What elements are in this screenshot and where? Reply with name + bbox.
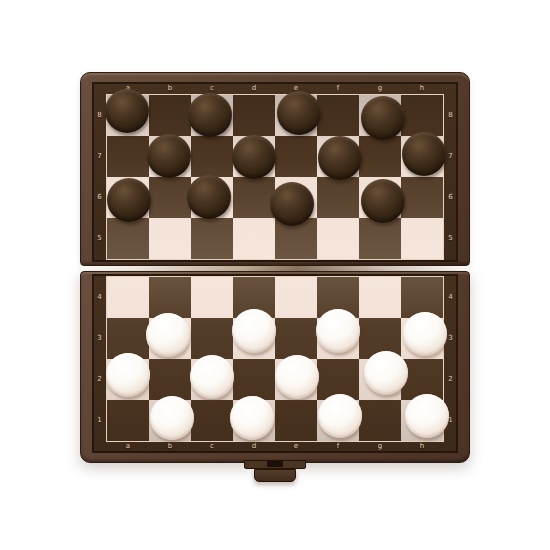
white-piece-g2[interactable]	[364, 351, 408, 395]
dark-piece-c8[interactable]	[188, 93, 232, 137]
rank-label-3: 3	[92, 318, 107, 359]
top-play-area	[107, 95, 443, 259]
dark-piece-e8[interactable]	[277, 91, 321, 135]
dark-piece-b7[interactable]	[147, 134, 191, 178]
rank-labels-top-left: 8765	[92, 95, 107, 259]
file-labels-top: abcdefgh	[107, 82, 443, 95]
dark-piece-a6[interactable]	[107, 178, 151, 222]
bottom-half-printed-sheet: abcdefgh 4321 4321	[92, 274, 458, 453]
file-label-b: b	[149, 82, 191, 95]
rank-label-7: 7	[92, 136, 107, 177]
folding-checkers-board: abcdefgh 8765 8765 abcdefgh 4321 4321	[80, 72, 470, 463]
file-label-b: b	[149, 440, 191, 453]
rank-labels-top-right: 8765	[443, 95, 458, 259]
file-label-g: g	[359, 440, 401, 453]
rank-label-2: 2	[443, 359, 458, 400]
white-piece-d3[interactable]	[232, 309, 276, 353]
rank-label-4: 4	[443, 277, 458, 318]
file-label-d: d	[233, 82, 275, 95]
dark-piece-a8[interactable]	[105, 89, 149, 133]
file-label-h: h	[401, 440, 443, 453]
file-label-a: a	[107, 440, 149, 453]
rank-labels-bottom-left: 4321	[92, 277, 107, 441]
white-piece-e2[interactable]	[275, 355, 319, 399]
dark-piece-d7[interactable]	[232, 135, 276, 179]
dark-piece-g8[interactable]	[361, 96, 405, 140]
white-piece-a2[interactable]	[106, 353, 150, 397]
latch-tab	[254, 469, 296, 482]
white-piece-c2[interactable]	[190, 355, 234, 399]
file-label-f: f	[317, 440, 359, 453]
latch-notch	[267, 461, 283, 467]
file-label-f: f	[317, 82, 359, 95]
rank-label-2: 2	[92, 359, 107, 400]
white-piece-b1[interactable]	[150, 396, 194, 440]
dark-piece-h7[interactable]	[402, 132, 446, 176]
dark-piece-c6[interactable]	[187, 175, 231, 219]
rank-label-6: 6	[443, 177, 458, 218]
pieces-top	[107, 95, 443, 259]
dark-piece-e6[interactable]	[270, 182, 314, 226]
file-label-c: c	[191, 440, 233, 453]
dark-piece-g6[interactable]	[361, 179, 405, 223]
bottom-play-area	[107, 277, 443, 441]
white-piece-d1[interactable]	[230, 396, 274, 440]
clasp-latch	[240, 460, 310, 486]
pieces-bottom	[107, 277, 443, 441]
file-label-d: d	[233, 440, 275, 453]
file-label-g: g	[359, 82, 401, 95]
rank-label-5: 5	[443, 218, 458, 259]
board-bottom-half: abcdefgh 4321 4321	[80, 271, 470, 463]
top-half-printed-sheet: abcdefgh 8765 8765	[92, 82, 458, 262]
rank-label-4: 4	[92, 277, 107, 318]
photo-scene: abcdefgh 8765 8765 abcdefgh 4321 4321	[0, 0, 550, 550]
file-label-h: h	[401, 82, 443, 95]
rank-label-5: 5	[92, 218, 107, 259]
dark-piece-f7[interactable]	[318, 136, 362, 180]
white-piece-f1[interactable]	[318, 394, 362, 438]
rank-label-6: 6	[92, 177, 107, 218]
white-piece-b3[interactable]	[146, 313, 190, 357]
rank-label-1: 1	[92, 400, 107, 441]
file-labels-bottom: abcdefgh	[107, 440, 443, 453]
white-piece-h3[interactable]	[403, 312, 447, 356]
file-label-e: e	[275, 440, 317, 453]
white-piece-h1[interactable]	[405, 394, 449, 438]
rank-label-8: 8	[443, 95, 458, 136]
board-top-half: abcdefgh 8765 8765	[80, 72, 470, 266]
white-piece-f3[interactable]	[316, 309, 360, 353]
